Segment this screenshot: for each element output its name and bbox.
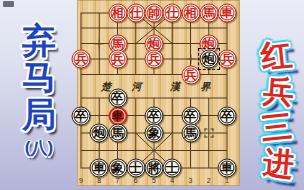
file-number: 6 bbox=[134, 177, 138, 184]
piece-black-士[interactable]: 士 bbox=[163, 159, 182, 178]
piece-red-相[interactable]: 相 bbox=[108, 4, 127, 23]
file-number: 3 bbox=[189, 177, 193, 184]
piece-black-馬[interactable]: 馬 bbox=[181, 124, 200, 143]
piece-black-卒[interactable]: 卒 bbox=[218, 106, 237, 125]
episode-label: (八) bbox=[8, 136, 70, 159]
caption-char: 马 bbox=[8, 59, 70, 96]
piece-black-卒[interactable]: 卒 bbox=[72, 106, 91, 125]
piece-black-卒[interactable]: 卒 bbox=[108, 89, 127, 108]
left-title: 弃马局 (八) bbox=[8, 22, 70, 159]
piece-red-車[interactable]: 車 bbox=[108, 106, 127, 125]
right-title-chars: 红兵三进一 bbox=[249, 38, 304, 190]
file-number: 8 bbox=[97, 177, 101, 184]
piece-red-兵[interactable]: 兵 bbox=[72, 50, 91, 69]
piece-red-兵[interactable]: 兵 bbox=[145, 50, 164, 69]
file-number: 9 bbox=[79, 177, 83, 184]
piece-black-車[interactable]: 車 bbox=[218, 159, 237, 178]
left-title-chars: 弃马局 bbox=[8, 22, 70, 133]
point-marker bbox=[95, 39, 104, 48]
river-label-left: 楚 河 bbox=[101, 80, 151, 94]
file-number: 5 bbox=[152, 177, 156, 184]
file-number: 7 bbox=[116, 177, 120, 184]
piece-red-兵[interactable]: 兵 bbox=[218, 50, 237, 69]
caption-char: 三 bbox=[247, 107, 304, 149]
caption-char: 进 bbox=[250, 144, 304, 185]
piece-black-卒[interactable]: 卒 bbox=[181, 106, 200, 125]
piece-black-炮[interactable]: 炮 bbox=[199, 50, 218, 69]
piece-red-車[interactable]: 車 bbox=[218, 4, 237, 23]
piece-black-馬[interactable]: 馬 bbox=[108, 124, 127, 143]
right-title-move: 红兵三进一 bbox=[249, 38, 304, 190]
piece-black-將[interactable]: 將 bbox=[145, 159, 164, 178]
piece-red-相[interactable]: 相 bbox=[181, 4, 200, 23]
caption-char: 兵 bbox=[250, 72, 304, 113]
piece-red-仕[interactable]: 仕 bbox=[163, 4, 182, 23]
piece-black-象[interactable]: 象 bbox=[145, 124, 164, 143]
piece-black-士[interactable]: 士 bbox=[126, 159, 145, 178]
caption-char: 局 bbox=[8, 96, 70, 133]
piece-black-車[interactable]: 車 bbox=[90, 159, 109, 178]
piece-black-炮[interactable]: 炮 bbox=[90, 124, 109, 143]
piece-red-帥[interactable]: 帥 bbox=[145, 4, 164, 23]
caption-char: 红 bbox=[247, 35, 304, 77]
thumbnail-screen: 弃马局 (八) 楚 河 漢 界 相仕帥仕相馬車馬炮炮兵兵兵兵兵車炮卒卒卒卒卒炮馬… bbox=[0, 0, 304, 190]
piece-black-象[interactable]: 象 bbox=[108, 159, 127, 178]
piece-red-兵[interactable]: 兵 bbox=[108, 50, 127, 69]
corner-mark bbox=[3, 1, 14, 7]
piece-black-卒[interactable]: 卒 bbox=[145, 106, 164, 125]
file-number: 4 bbox=[170, 177, 174, 184]
piece-red-仕[interactable]: 仕 bbox=[126, 4, 145, 23]
caption-char: 弃 bbox=[8, 22, 70, 59]
file-number: 1 bbox=[225, 177, 229, 184]
piece-red-馬[interactable]: 馬 bbox=[199, 4, 218, 23]
file-number: 2 bbox=[207, 177, 211, 184]
xiangqi-board[interactable]: 楚 河 漢 界 相仕帥仕相馬車馬炮炮兵兵兵兵兵車炮卒卒卒卒卒炮馬象馬車象士將士車… bbox=[77, 0, 240, 186]
point-marker bbox=[186, 55, 195, 64]
last-move-origin-marker bbox=[204, 129, 213, 138]
